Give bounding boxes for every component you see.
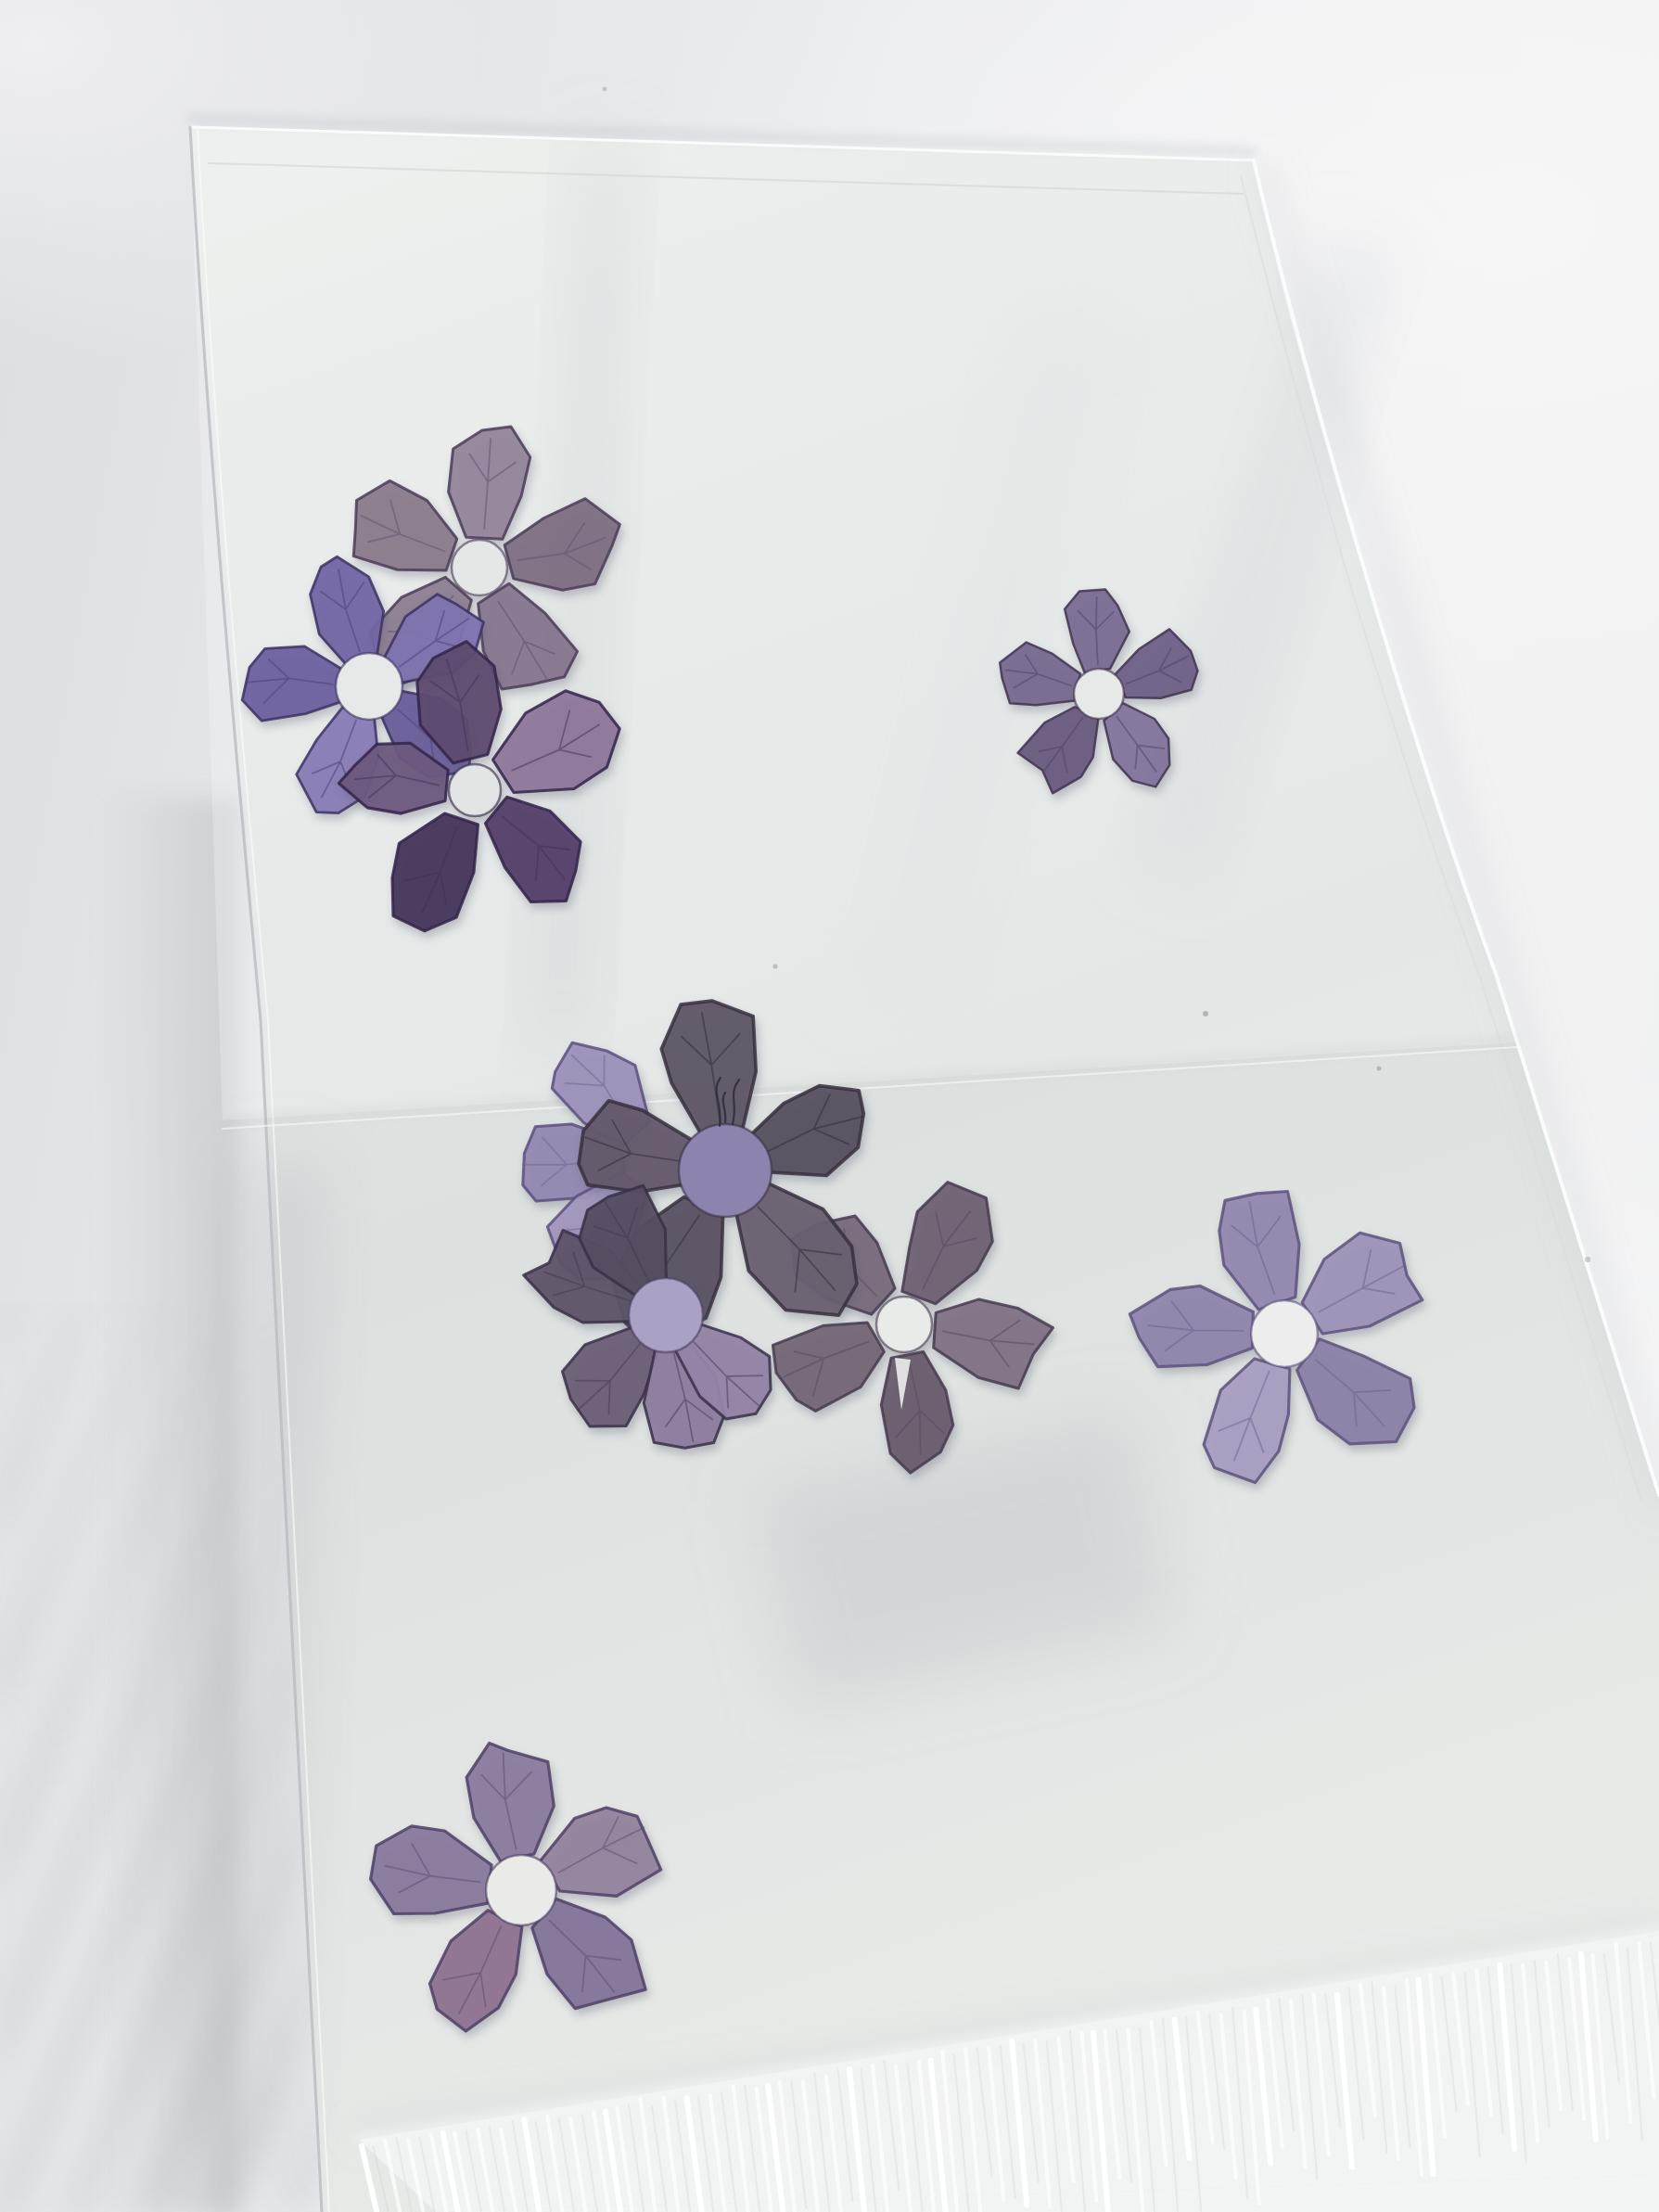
flower-center-disc: [629, 1278, 703, 1352]
dust-speck: [1203, 1011, 1208, 1016]
flower-center-hole: [876, 1297, 932, 1352]
scene: [0, 0, 1659, 2212]
flower-center-hole: [452, 540, 507, 595]
flower-center-hole: [1251, 1300, 1318, 1367]
dust-speck: [773, 965, 778, 969]
dust-speck: [1585, 1257, 1590, 1262]
photo-of-pressed-flower-bag: [0, 0, 1659, 2212]
bag-sheen-streak: [205, 1158, 324, 2180]
flower-center-hole: [1074, 669, 1124, 719]
dust-speck: [603, 87, 607, 92]
dust-speck: [1377, 1067, 1382, 1071]
flower-center-hole: [336, 653, 402, 720]
flower-center-hole: [449, 764, 501, 816]
flower-center-disc: [679, 1124, 772, 1217]
flower-center-hole: [486, 1855, 556, 1925]
